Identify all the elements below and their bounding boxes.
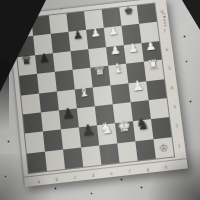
square-h8 [137,4,157,25]
square-a6: ♛ [17,55,37,76]
white-rook: ♜ [143,55,163,76]
square-c5 [55,70,75,91]
rank-label-6: 6 [164,40,169,59]
square-b4 [39,91,59,112]
white-bishop: ♝ [108,59,128,80]
square-a2 [25,132,45,154]
square-e5: ♛ [90,66,110,87]
square-e4 [93,85,113,106]
square-g6: ♟ [124,43,144,64]
square-d2: ♟ [79,126,99,148]
white-pawn: ♟ [105,40,125,61]
black-pawn: ♟ [68,25,88,46]
square-h5: ♜ [144,60,164,81]
file-label-d: d [84,171,103,178]
photo-scene: ♚♟♟♟♛♟♟♟♟♛♝♜♝♟♟♟♞♚♞♔ abcdefgh 87654321 c… [0,0,200,200]
photo-corner-shadow-bottom-right [148,148,200,200]
white-pawn: ♟ [141,36,161,57]
square-f2: ♚ [115,121,135,143]
file-label-f: f [120,167,139,174]
square-g4: ♟ [128,81,148,102]
black-queen: ♛ [17,50,37,71]
square-d4: ♝ [75,87,95,108]
rank-label-2: 2 [174,116,179,136]
square-b3 [41,110,61,131]
square-a4 [21,93,41,114]
white-knight: ♞ [96,118,116,140]
black-pawn: ♟ [78,120,98,142]
rank-label-4: 4 [169,78,174,98]
square-d7: ♟ [68,30,88,51]
black-knight: ♞ [132,114,152,136]
white-bishop: ♝ [74,82,94,103]
square-g2: ♞ [133,119,153,141]
white-pawn: ♟ [123,38,143,59]
white-pawn: ♟ [128,76,148,97]
file-label-e: e [102,169,121,176]
square-d1 [81,145,101,167]
square-c3: ♟ [59,108,79,129]
photo-corner-shadow-top-right [178,0,200,30]
square-c8 [49,14,69,35]
square-f5: ♝ [108,64,128,85]
white-pawn: ♟ [103,21,123,42]
square-c1 [63,147,83,169]
black-king: ♚ [119,1,139,22]
square-b6: ♟ [35,53,55,74]
black-pawn: ♟ [58,103,78,124]
square-e2: ♞ [97,123,117,145]
white-pawn: ♟ [86,23,106,44]
square-d6 [71,49,91,70]
square-c6 [53,51,73,72]
square-c2 [61,128,81,150]
rank-label-3: 3 [172,97,177,117]
square-a5 [19,74,39,95]
square-a3 [23,112,43,133]
rank-label-5: 5 [167,59,172,78]
square-c7 [51,32,71,53]
square-f4 [110,83,130,104]
square-b2 [43,130,63,152]
photo-corner-shadow-bottom-left [0,154,60,200]
file-label-c: c [66,173,85,180]
photo-edge-shadow-left [0,60,9,130]
square-h4 [146,79,166,100]
brand-text: chess [162,13,169,27]
square-h3 [149,98,169,119]
black-pawn: ♟ [35,48,55,69]
square-e1 [99,143,119,165]
square-g8: ♚ [119,6,139,27]
square-f1 [117,141,137,163]
square-e7: ♟ [86,28,106,49]
square-b5 [37,72,57,93]
white-queen: ♛ [90,61,110,82]
white-king: ♚ [114,116,134,138]
square-h2 [151,117,172,139]
